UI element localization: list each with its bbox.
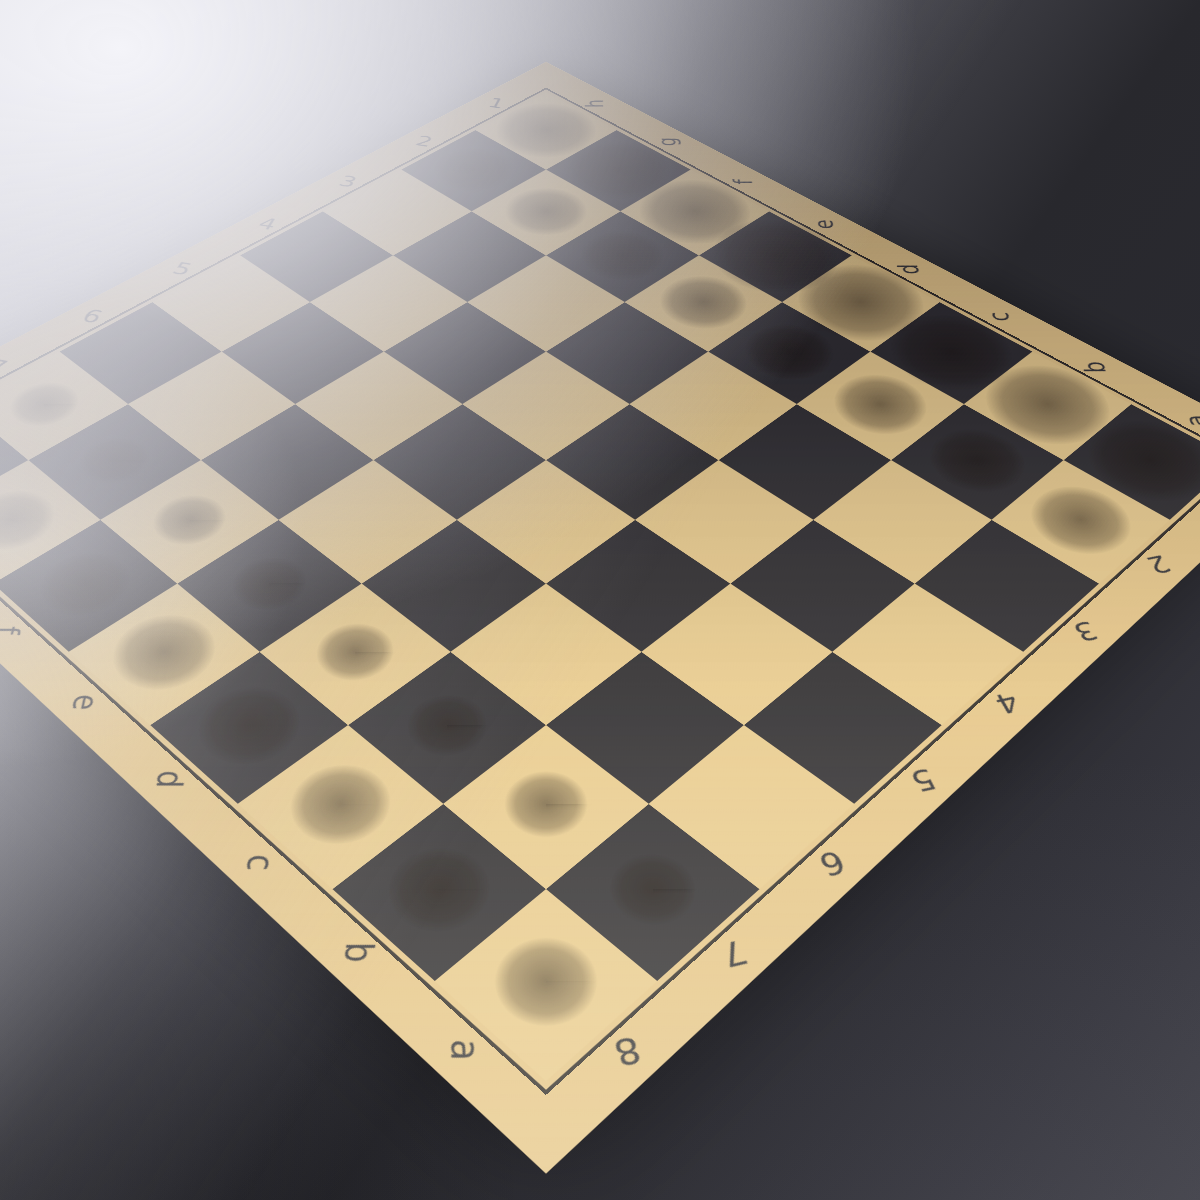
white-pawn-glyph: ♟ xyxy=(967,382,1194,530)
chess-board: abcdefgh abcdefgh 87654321 87654321 ♜♞♝♛… xyxy=(0,62,1200,1174)
board-perspective-wrap: abcdefgh abcdefgh 87654321 87654321 ♜♞♝♛… xyxy=(0,0,1200,1200)
black-rook-glyph: ♜ xyxy=(404,839,688,994)
board-grid: ♜♞♝♛♚♝♞♜♟♟♟♟♟♟♟♟♜♞♝♛♚♝♞♜♟♟♟♟♟♟♟♟ xyxy=(0,92,1200,1081)
table-surface: abcdefgh abcdefgh 87654321 87654321 ♜♞♝♛… xyxy=(0,0,1200,1200)
